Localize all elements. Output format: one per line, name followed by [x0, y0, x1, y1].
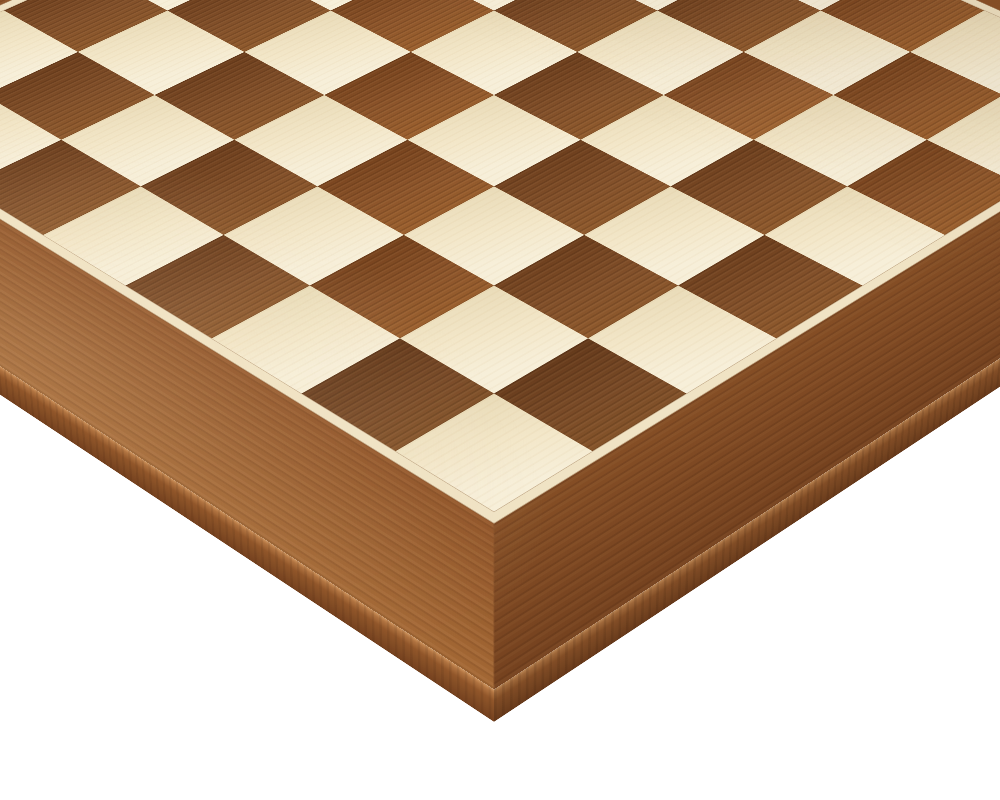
- square: [927, 95, 1000, 186]
- square: [847, 140, 1000, 235]
- square: [407, 95, 580, 186]
- square: [588, 286, 776, 394]
- square: [0, 140, 141, 235]
- square: [494, 338, 686, 451]
- square: [310, 235, 494, 338]
- square: [404, 186, 584, 285]
- square: [126, 235, 310, 338]
- square: [224, 186, 404, 285]
- square: [671, 140, 848, 235]
- square: [234, 95, 407, 186]
- square: [494, 140, 671, 235]
- square: [400, 286, 588, 394]
- square: [212, 286, 400, 394]
- square: [584, 186, 764, 285]
- square: [0, 95, 61, 186]
- square: [317, 140, 494, 235]
- chess-board: [0, 0, 1000, 689]
- square: [494, 235, 678, 338]
- square: [43, 186, 223, 285]
- product-photo-canvas: [0, 0, 1000, 800]
- square: [581, 95, 754, 186]
